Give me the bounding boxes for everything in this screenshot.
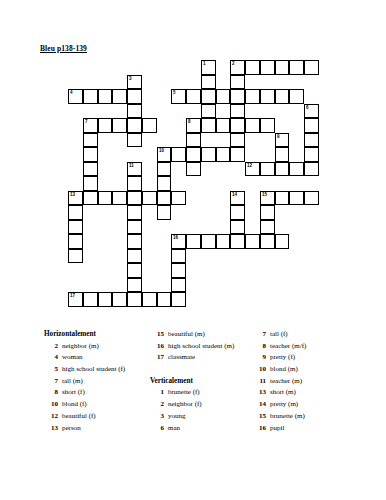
clue-number: 16 <box>173 235 178 239</box>
clue-line-number: 8 <box>252 341 266 353</box>
clue-line: 12beautiful (f) <box>44 411 150 423</box>
grid-cell <box>289 60 304 75</box>
grid-cell <box>171 263 186 278</box>
grid-cell <box>230 133 245 148</box>
grid-cell <box>127 89 142 104</box>
clue-list-header: Verticalement <box>150 376 256 388</box>
grid-cell: 9 <box>275 133 290 148</box>
clue-number: 6 <box>306 105 309 109</box>
grid-cell <box>230 234 245 249</box>
grid-cell: 12 <box>245 162 260 177</box>
grid-cell <box>98 191 113 206</box>
clue-line-text: neighbor (m) <box>62 341 99 353</box>
clue-number: 17 <box>70 293 75 297</box>
grid-cell <box>171 191 186 206</box>
grid-cell <box>230 104 245 119</box>
clue-line: 14pretty (m) <box>252 399 358 411</box>
clue-line: 7tall (m) <box>44 376 150 388</box>
grid-cell <box>68 249 83 264</box>
clue-line-number: 14 <box>252 399 266 411</box>
clue-number: 14 <box>232 192 237 196</box>
grid-cell <box>289 89 304 104</box>
grid-cell <box>157 191 172 206</box>
clue-line-text: blond (f) <box>62 399 87 411</box>
clue-line: 6man <box>150 423 256 435</box>
grid-cell <box>98 89 113 104</box>
grid-cell <box>83 133 98 148</box>
grid-cell <box>201 75 216 90</box>
grid-cell <box>230 205 245 220</box>
worksheet-page: Bleu p138-139 1234567891011121314151617 … <box>0 0 386 500</box>
grid-cell <box>230 220 245 235</box>
clue-line: 1brunette (f) <box>150 387 256 399</box>
clue-line-text: brunette (f) <box>168 387 200 399</box>
clue-line: 8short (f) <box>44 387 150 399</box>
grid-cell <box>157 162 172 177</box>
grid-cell <box>275 162 290 177</box>
crossword-grid: 1234567891011121314151617 <box>68 60 319 307</box>
grid-cell <box>171 292 186 307</box>
grid-cell: 10 <box>157 147 172 162</box>
grid-cell <box>127 133 142 148</box>
grid-cell <box>127 249 142 264</box>
grid-cell <box>275 89 290 104</box>
grid-cell <box>260 162 275 177</box>
clue-line: 9pretty (f) <box>252 352 358 364</box>
clue-line-number: 16 <box>252 423 266 435</box>
grid-cell <box>98 118 113 133</box>
clue-line: 10blond (m) <box>252 364 358 376</box>
clues-column-down: 7tall (f)8teacher (m/f)9pretty (f)10blon… <box>252 329 358 434</box>
grid-cell <box>127 191 142 206</box>
grid-cell <box>142 292 157 307</box>
grid-cell <box>216 147 231 162</box>
grid-cell <box>260 205 275 220</box>
grid-cell <box>142 118 157 133</box>
grid-cell <box>201 104 216 119</box>
clue-number: 10 <box>159 148 164 152</box>
clue-line-number: 2 <box>150 399 164 411</box>
grid-cell <box>304 118 319 133</box>
grid-cell <box>260 220 275 235</box>
clue-line-number: 7 <box>252 329 266 341</box>
spacer <box>150 364 256 376</box>
clue-line-text: pupil <box>270 423 284 435</box>
clue-number: 4 <box>70 90 73 94</box>
clue-number: 5 <box>173 90 176 94</box>
grid-cell <box>186 162 201 177</box>
clue-line-text: teacher (m/f) <box>270 341 306 353</box>
grid-cell <box>289 162 304 177</box>
grid-cell <box>201 234 216 249</box>
grid-cell <box>142 191 157 206</box>
grid-cell: 17 <box>68 292 83 307</box>
grid-cell: 14 <box>230 191 245 206</box>
clues-column-middle: 15beautiful (m)16high school student (m)… <box>150 329 256 434</box>
clue-line: 17classmate <box>150 352 256 364</box>
grid-cell <box>216 118 231 133</box>
clue-line-text: man <box>168 423 180 435</box>
clue-line-text: pretty (f) <box>270 352 295 364</box>
clue-line: 16pupil <box>252 423 358 435</box>
clue-line: 7tall (f) <box>252 329 358 341</box>
clue-line-text: classmate <box>168 352 195 364</box>
grid-cell <box>186 234 201 249</box>
clue-line-text: high school student (f) <box>62 364 125 376</box>
grid-cell <box>304 60 319 75</box>
grid-cell <box>171 249 186 264</box>
clue-line-text: young <box>168 411 186 423</box>
grid-cell: 5 <box>171 89 186 104</box>
grid-cell: 6 <box>304 104 319 119</box>
clue-line-text: beautiful (f) <box>62 411 96 423</box>
grid-cell <box>304 147 319 162</box>
clue-line-text: person <box>62 423 81 435</box>
grid-cell: 1 <box>201 60 216 75</box>
grid-cell <box>230 118 245 133</box>
grid-cell <box>127 176 142 191</box>
grid-cell <box>83 176 98 191</box>
clue-list-header: Horizontalement <box>44 329 150 341</box>
clue-line-number: 1 <box>150 387 164 399</box>
grid-cell <box>127 104 142 119</box>
clue-line-number: 11 <box>252 376 266 388</box>
grid-cell <box>157 176 172 191</box>
grid-cell: 13 <box>68 191 83 206</box>
grid-cell <box>245 118 260 133</box>
clue-line-number: 5 <box>44 364 58 376</box>
clue-number: 2 <box>232 61 235 65</box>
clue-line-number: 13 <box>44 423 58 435</box>
grid-cell <box>201 118 216 133</box>
clue-line-number: 13 <box>252 387 266 399</box>
grid-cell <box>68 205 83 220</box>
clue-line-number: 7 <box>44 376 58 388</box>
grid-cell <box>186 133 201 148</box>
clue-line-number: 16 <box>150 341 164 353</box>
clue-number: 1 <box>203 61 206 65</box>
clue-line-number: 15 <box>150 329 164 341</box>
grid-cell <box>98 292 113 307</box>
grid-cell <box>68 220 83 235</box>
clue-line: 11teacher (m) <box>252 376 358 388</box>
clue-number: 9 <box>277 134 280 138</box>
grid-cell: 11 <box>127 162 142 177</box>
grid-cell: 15 <box>260 191 275 206</box>
grid-cell <box>245 60 260 75</box>
grid-cell <box>260 234 275 249</box>
grid-cell <box>112 191 127 206</box>
clue-line: 3young <box>150 411 256 423</box>
grid-cell: 2 <box>230 60 245 75</box>
grid-cell <box>157 292 172 307</box>
clue-line: 5high school student (f) <box>44 364 150 376</box>
grid-cell <box>83 89 98 104</box>
clue-line-text: beautiful (m) <box>168 329 205 341</box>
clue-line: 2neighbor (f) <box>150 399 256 411</box>
clue-line-number: 6 <box>150 423 164 435</box>
grid-cell: 8 <box>186 118 201 133</box>
clue-line-number: 10 <box>44 399 58 411</box>
clue-line: 13short (m) <box>252 387 358 399</box>
grid-cell <box>83 292 98 307</box>
page-title: Bleu p138-139 <box>40 44 87 53</box>
clue-line-text: brunette (m) <box>270 411 305 423</box>
grid-cell <box>304 162 319 177</box>
grid-cell <box>260 89 275 104</box>
grid-cell <box>127 220 142 235</box>
grid-cell <box>171 147 186 162</box>
grid-cell <box>112 118 127 133</box>
clue-number: 12 <box>247 163 252 167</box>
clue-line: 16high school student (m) <box>150 341 256 353</box>
clue-line-text: short (f) <box>62 387 85 399</box>
clue-line-text: woman <box>62 352 83 364</box>
grid-cell <box>112 292 127 307</box>
clue-line-number: 8 <box>44 387 58 399</box>
grid-cell <box>275 60 290 75</box>
grid-cell <box>230 75 245 90</box>
grid-cell <box>201 147 216 162</box>
grid-cell <box>304 133 319 148</box>
clue-line: 15beautiful (m) <box>150 329 256 341</box>
grid-cell <box>112 89 127 104</box>
clue-line: 15brunette (m) <box>252 411 358 423</box>
grid-cell <box>127 118 142 133</box>
grid-cell <box>230 89 245 104</box>
clue-line-text: neighbor (f) <box>168 399 202 411</box>
grid-cell <box>230 147 245 162</box>
grid-cell <box>260 118 275 133</box>
grid-cell <box>186 89 201 104</box>
grid-cell: 16 <box>171 234 186 249</box>
clue-number: 8 <box>188 119 191 123</box>
clue-line-number: 12 <box>44 411 58 423</box>
grid-cell: 4 <box>68 89 83 104</box>
clue-number: 7 <box>85 119 88 123</box>
clue-line-text: pretty (m) <box>270 399 298 411</box>
clue-line-number: 17 <box>150 352 164 364</box>
clue-line-text: tall (f) <box>270 329 288 341</box>
clue-line: 8teacher (m/f) <box>252 341 358 353</box>
clue-line: 13person <box>44 423 150 435</box>
clue-number: 15 <box>262 192 267 196</box>
grid-cell <box>127 278 142 293</box>
clue-line-text: tall (m) <box>62 376 83 388</box>
clue-number: 11 <box>129 163 134 167</box>
grid-cell <box>216 234 231 249</box>
grid-cell <box>275 147 290 162</box>
grid-cell <box>83 162 98 177</box>
clue-line: 4woman <box>44 352 150 364</box>
grid-cell: 7 <box>83 118 98 133</box>
grid-cell <box>83 191 98 206</box>
clue-number: 13 <box>70 192 75 196</box>
clue-line-number: 2 <box>44 341 58 353</box>
clue-line-text: high school student (m) <box>168 341 234 353</box>
grid-cell <box>68 234 83 249</box>
grid-cell <box>216 89 231 104</box>
clue-line-number: 9 <box>252 352 266 364</box>
clues-column-across: Horizontalement2neighbor (m)4woman5high … <box>44 329 150 434</box>
clue-line-number: 4 <box>44 352 58 364</box>
grid-cell <box>260 60 275 75</box>
grid-cell <box>275 234 290 249</box>
clue-number: 3 <box>129 76 132 80</box>
grid-cell <box>127 292 142 307</box>
clue-line-text: short (m) <box>270 387 296 399</box>
grid-cell: 3 <box>127 75 142 90</box>
clue-line-text: blond (m) <box>270 364 298 376</box>
grid-cell <box>186 147 201 162</box>
grid-cell <box>157 205 172 220</box>
clue-line-text: teacher (m) <box>270 376 302 388</box>
grid-cell <box>127 234 142 249</box>
grid-cell <box>289 191 304 206</box>
grid-cell <box>245 234 260 249</box>
grid-cell <box>245 89 260 104</box>
clue-line: 10blond (f) <box>44 399 150 411</box>
grid-cell <box>171 278 186 293</box>
clue-line: 2neighbor (m) <box>44 341 150 353</box>
grid-cell <box>83 147 98 162</box>
grid-cell <box>201 89 216 104</box>
grid-cell <box>275 191 290 206</box>
clue-line-number: 3 <box>150 411 164 423</box>
clue-line-number: 10 <box>252 364 266 376</box>
clue-line-number: 15 <box>252 411 266 423</box>
grid-cell <box>127 263 142 278</box>
grid-cell <box>127 205 142 220</box>
grid-cell <box>304 191 319 206</box>
